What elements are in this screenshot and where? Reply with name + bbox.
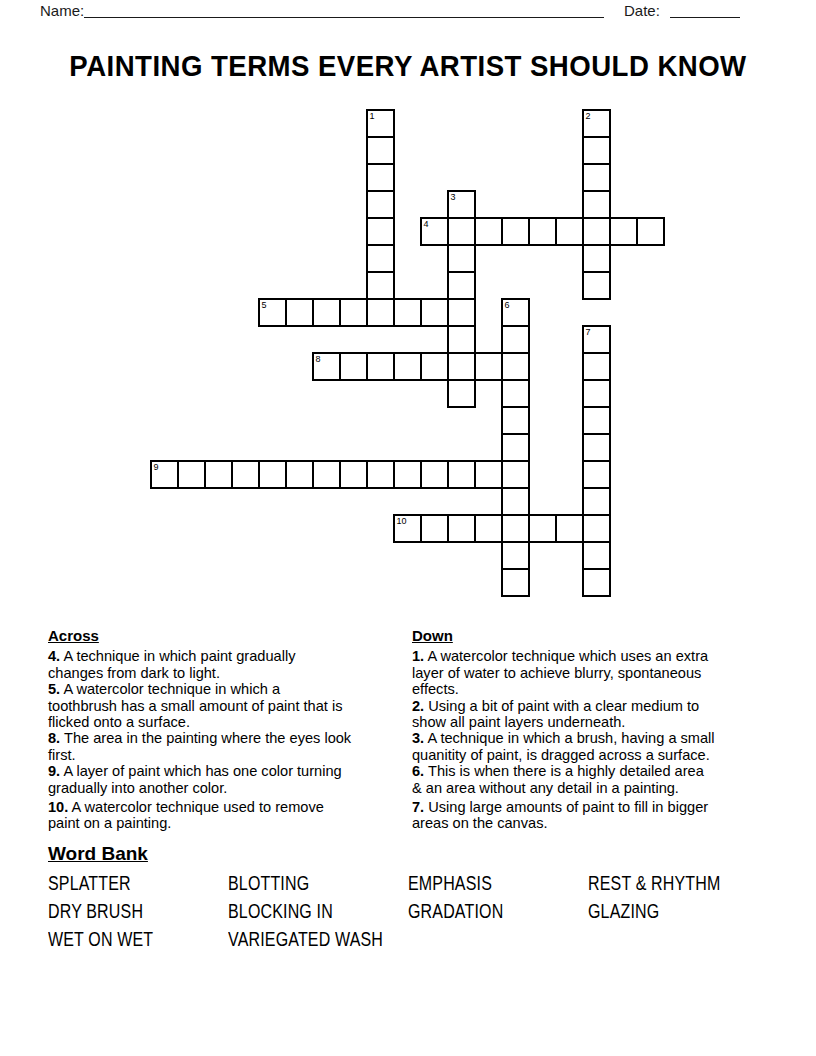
grid-cell-r17c13[interactable] [501,568,530,597]
grid-cell-r6c8[interactable] [366,271,395,300]
clue-number-label: 1. [412,648,424,664]
grid-cell-r9c11[interactable] [447,352,476,381]
word-bank-emphasis: EMPHASIS [408,874,552,893]
grid-cell-r12c16[interactable] [582,433,611,462]
grid-cell-r4c10[interactable]: 4 [420,217,449,246]
word-bank-rest-rhythm: REST & RHYTHM [588,874,732,893]
grid-cell-r3c11[interactable]: 3 [447,190,476,219]
grid-cell-r6c16[interactable] [582,271,611,300]
clue-number-5: 5 [262,300,267,310]
grid-cell-r4c11[interactable] [447,217,476,246]
across-clues-section: Across 4. A technique in which paint gra… [48,628,406,832]
grid-cell-r10c16[interactable] [582,379,611,408]
grid-cell-r7c9[interactable] [393,298,422,327]
grid-cell-r10c13[interactable] [501,379,530,408]
grid-cell-r8c16[interactable]: 7 [582,325,611,354]
grid-cell-r15c15[interactable] [555,514,584,543]
grid-cell-r7c4[interactable]: 5 [258,298,287,327]
down-clue-2: 2. Using a bit of paint with a clear med… [412,698,782,731]
clue-number-1: 1 [370,111,375,121]
grid-cell-r4c17[interactable] [609,217,638,246]
down-clue-6: 6. This is when there is a highly detail… [412,763,782,796]
word-bank-dry-brush: DRY BRUSH [48,902,192,921]
grid-cell-r13c5[interactable] [285,460,314,489]
clue-text: The area in the painting where the eyes … [48,730,351,762]
grid-cell-r6c11[interactable] [447,271,476,300]
grid-cell-r15c14[interactable] [528,514,557,543]
clue-number-label: 7. [412,799,424,815]
word-bank-heading: Word Bank [48,843,148,865]
grid-cell-r11c13[interactable] [501,406,530,435]
clue-number-2: 2 [586,111,591,121]
grid-cell-r0c8[interactable]: 1 [366,109,395,138]
grid-cell-r13c13[interactable] [501,460,530,489]
grid-cell-r4c8[interactable] [366,217,395,246]
grid-cell-r13c11[interactable] [447,460,476,489]
grid-cell-r9c16[interactable] [582,352,611,381]
grid-cell-r14c13[interactable] [501,487,530,516]
grid-cell-r15c16[interactable] [582,514,611,543]
grid-cell-r4c18[interactable] [636,217,665,246]
grid-cell-r16c13[interactable] [501,541,530,570]
word-bank-gradation: GRADATION [408,902,552,921]
clue-number-8: 8 [316,354,321,364]
down-clue-list: 1. A watercolor technique which uses an … [412,648,782,831]
down-heading: Down [412,628,782,644]
grid-cell-r4c16[interactable] [582,217,611,246]
grid-cell-r9c13[interactable] [501,352,530,381]
down-clues-section: Down 1. A watercolor technique which use… [412,628,782,832]
grid-cell-r9c12[interactable] [474,352,503,381]
grid-cell-r15c10[interactable] [420,514,449,543]
name-label: Name: [40,2,84,19]
across-clue-4: 4. A technique in which paint gradually … [48,648,406,681]
clue-number-10: 10 [397,516,407,526]
grid-cell-r5c8[interactable] [366,244,395,273]
across-clue-9: 9. A layer of paint which has one color … [48,763,406,796]
clue-number-label: 3. [412,730,424,746]
grid-cell-r7c13[interactable]: 6 [501,298,530,327]
grid-cell-r15c12[interactable] [474,514,503,543]
grid-cell-r5c11[interactable] [447,244,476,273]
grid-cell-r4c14[interactable] [528,217,557,246]
grid-cell-r9c6[interactable]: 8 [312,352,341,381]
grid-cell-r13c7[interactable] [339,460,368,489]
clue-number-7: 7 [586,327,591,337]
grid-cell-r10c11[interactable] [447,379,476,408]
grid-cell-r5c16[interactable] [582,244,611,273]
grid-cell-r4c15[interactable] [555,217,584,246]
clue-number-label: 6. [412,763,424,779]
down-clue-3: 3. A technique in which a brush, having … [412,730,782,763]
clue-number-6: 6 [505,300,510,310]
name-entry-line[interactable] [84,17,604,18]
clue-text: A layer of paint which has one color tur… [48,763,342,795]
clue-text: A technique in which a brush, having a s… [412,730,715,762]
grid-cell-r13c2[interactable] [204,460,233,489]
grid-cell-r3c16[interactable] [582,190,611,219]
word-bank-blotting: BLOTTING [228,874,372,893]
grid-cell-r15c9[interactable]: 10 [393,514,422,543]
word-bank-list: SPLATTERBLOTTINGEMPHASISREST & RHYTHMDRY… [48,874,768,949]
grid-cell-r7c11[interactable] [447,298,476,327]
grid-cell-r9c9[interactable] [393,352,422,381]
page-title: PAINTING TERMS EVERY ARTIST SHOULD KNOW [33,49,784,83]
clue-number-label: 4. [48,648,60,664]
grid-cell-r13c10[interactable] [420,460,449,489]
grid-cell-r11c16[interactable] [582,406,611,435]
grid-cell-r7c7[interactable] [339,298,368,327]
clue-text: Using large amounts of paint to fill in … [412,799,708,831]
grid-cell-r1c16[interactable] [582,136,611,165]
word-bank-glazing: GLAZING [588,902,732,921]
grid-cell-r12c13[interactable] [501,433,530,462]
grid-cell-r13c1[interactable] [177,460,206,489]
grid-cell-r13c12[interactable] [474,460,503,489]
clue-number-label: 2. [412,698,424,714]
date-entry-line[interactable] [670,17,740,18]
grid-cell-r9c10[interactable] [420,352,449,381]
grid-cell-r2c16[interactable] [582,163,611,192]
grid-cell-r13c6[interactable] [312,460,341,489]
clue-number-label: 8. [48,730,60,746]
across-clue-10: 10. A watercolor technique used to remov… [48,799,406,832]
grid-cell-r7c5[interactable] [285,298,314,327]
grid-cell-r9c8[interactable] [366,352,395,381]
grid-cell-r3c8[interactable] [366,190,395,219]
grid-cell-r13c16[interactable] [582,460,611,489]
crossword-grid: 12345678910 [151,110,664,596]
across-clue-list: 4. A technique in which paint gradually … [48,648,406,831]
grid-cell-r13c3[interactable] [231,460,260,489]
word-bank-wet-on-wet: WET ON WET [48,930,192,949]
clue-text: This is when there is a highly detailed … [412,763,704,795]
grid-cell-r8c13[interactable] [501,325,530,354]
clue-text: A technique in which paint gradually cha… [48,648,295,680]
across-clue-5: 5. A watercolor technique in which a too… [48,681,406,730]
clue-number-label: 10. [48,799,68,815]
grid-cell-r14c16[interactable] [582,487,611,516]
down-clue-1: 1. A watercolor technique which uses an … [412,648,782,697]
word-bank-variegated-wash: VARIEGATED WASH [228,930,372,949]
grid-cell-r2c8[interactable] [366,163,395,192]
clue-number-3: 3 [451,192,456,202]
across-heading: Across [48,628,406,644]
grid-cell-r15c13[interactable] [501,514,530,543]
clue-number-9: 9 [154,462,159,472]
clue-text: A watercolor technique used to remove pa… [48,799,324,831]
grid-cell-r13c8[interactable] [366,460,395,489]
grid-cell-r0c16[interactable]: 2 [582,109,611,138]
word-bank-splatter: SPLATTER [48,874,192,893]
grid-cell-r16c16[interactable] [582,541,611,570]
date-label: Date: [624,2,660,19]
clue-text: Using a bit of paint with a clear medium… [412,698,699,730]
clue-number-4: 4 [424,219,429,229]
across-clue-8: 8. The area in the painting where the ey… [48,730,406,763]
grid-cell-r15c11[interactable] [447,514,476,543]
grid-cell-r7c6[interactable] [312,298,341,327]
clue-text: A watercolor technique in which a toothb… [48,681,342,730]
grid-cell-r17c16[interactable] [582,568,611,597]
grid-cell-r4c13[interactable] [501,217,530,246]
clue-number-label: 9. [48,763,60,779]
grid-cell-r4c12[interactable] [474,217,503,246]
grid-cell-r13c0[interactable]: 9 [150,460,179,489]
grid-cell-r8c11[interactable] [447,325,476,354]
grid-cell-r7c8[interactable] [366,298,395,327]
down-clue-7: 7. Using large amounts of paint to fill … [412,799,782,832]
clue-number-label: 5. [48,681,60,697]
grid-cell-r13c4[interactable] [258,460,287,489]
grid-cell-r1c8[interactable] [366,136,395,165]
grid-cell-r7c10[interactable] [420,298,449,327]
word-bank-blocking-in: BLOCKING IN [228,902,372,921]
clue-text: A watercolor technique which uses an ext… [412,648,708,697]
worksheet-page: Name: Date: PAINTING TERMS EVERY ARTIST … [0,0,816,1056]
grid-cell-r13c9[interactable] [393,460,422,489]
grid-cell-r9c7[interactable] [339,352,368,381]
